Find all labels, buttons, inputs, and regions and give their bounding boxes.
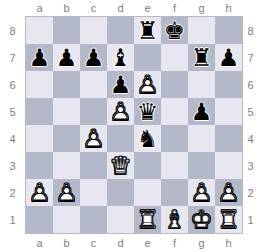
square-e1[interactable]: ♜♖ bbox=[134, 206, 161, 233]
square-f8[interactable]: ♚ bbox=[161, 17, 188, 44]
white-pawn-e6: ♟♙ bbox=[134, 71, 161, 98]
white-king-g1: ♚♔ bbox=[188, 206, 215, 233]
black-pawn-a7: ♟ bbox=[26, 44, 53, 71]
file-label-g: g bbox=[188, 0, 215, 16]
square-f3[interactable] bbox=[161, 152, 188, 179]
square-e2[interactable] bbox=[134, 179, 161, 206]
white-rook-h1: ♜♖ bbox=[215, 206, 242, 233]
file-label-d: d bbox=[107, 234, 134, 252]
file-label-e: e bbox=[134, 234, 161, 252]
white-pawn-b2: ♟♙ bbox=[53, 179, 80, 206]
square-c6[interactable] bbox=[80, 71, 107, 98]
white-pawn-d5: ♟♙ bbox=[107, 98, 134, 125]
square-d5[interactable]: ♟♙ bbox=[107, 98, 134, 125]
rank-label-3: 3 bbox=[0, 152, 25, 179]
square-c3[interactable] bbox=[80, 152, 107, 179]
square-g4[interactable] bbox=[188, 125, 215, 152]
square-g3[interactable] bbox=[188, 152, 215, 179]
file-label-d: d bbox=[107, 0, 134, 16]
square-e6[interactable]: ♟♙ bbox=[134, 71, 161, 98]
square-h2[interactable]: ♟♙ bbox=[215, 179, 242, 206]
square-h8[interactable] bbox=[215, 17, 242, 44]
file-label-b: b bbox=[53, 0, 80, 16]
square-d2[interactable] bbox=[107, 179, 134, 206]
file-label-f: f bbox=[161, 0, 188, 16]
file-label-c: c bbox=[80, 0, 107, 16]
square-a7[interactable]: ♟ bbox=[26, 44, 53, 71]
square-b8[interactable] bbox=[53, 17, 80, 44]
rank-label-2: 2 bbox=[0, 179, 25, 206]
square-h6[interactable] bbox=[215, 71, 242, 98]
black-pawn-c7: ♟ bbox=[80, 44, 107, 71]
square-e7[interactable] bbox=[134, 44, 161, 71]
square-h1[interactable]: ♜♖ bbox=[215, 206, 242, 233]
black-pawn-h7: ♟ bbox=[215, 44, 242, 71]
square-a1[interactable] bbox=[26, 206, 53, 233]
black-bishop-d7: ♝ bbox=[107, 44, 134, 71]
rank-label-1: 1 bbox=[243, 206, 258, 233]
rank-label-4: 4 bbox=[243, 125, 258, 152]
chess-diagram: abcdefgh 87654321 ♜♚♟♟♟♝♜♟♟♟♙♟♙♛♟♟♙♞♛♕♟♙… bbox=[0, 0, 258, 252]
black-knight-e4: ♞ bbox=[134, 125, 161, 152]
square-b1[interactable] bbox=[53, 206, 80, 233]
black-pawn-b7: ♟ bbox=[53, 44, 80, 71]
file-label-h: h bbox=[215, 0, 242, 16]
square-d3[interactable]: ♛♕ bbox=[107, 152, 134, 179]
white-bishop-f1: ♝♗ bbox=[161, 206, 188, 233]
square-f1[interactable]: ♝♗ bbox=[161, 206, 188, 233]
square-c1[interactable] bbox=[80, 206, 107, 233]
square-b2[interactable]: ♟♙ bbox=[53, 179, 80, 206]
square-b6[interactable] bbox=[53, 71, 80, 98]
square-a2[interactable]: ♟♙ bbox=[26, 179, 53, 206]
white-pawn-c4: ♟♙ bbox=[80, 125, 107, 152]
square-c4[interactable]: ♟♙ bbox=[80, 125, 107, 152]
square-a4[interactable] bbox=[26, 125, 53, 152]
square-b4[interactable] bbox=[53, 125, 80, 152]
file-label-f: f bbox=[161, 234, 188, 252]
square-e8[interactable]: ♜ bbox=[134, 17, 161, 44]
rank-labels-right: 87654321 bbox=[243, 16, 258, 234]
square-c2[interactable] bbox=[80, 179, 107, 206]
file-label-g: g bbox=[188, 234, 215, 252]
white-pawn-g2: ♟♙ bbox=[188, 179, 215, 206]
square-d6[interactable]: ♟ bbox=[107, 71, 134, 98]
square-f5[interactable] bbox=[161, 98, 188, 125]
chess-board: ♜♚♟♟♟♝♜♟♟♟♙♟♙♛♟♟♙♞♛♕♟♙♟♙♟♙♟♙♜♖♝♗♚♔♜♖ bbox=[25, 16, 243, 234]
square-d8[interactable] bbox=[107, 17, 134, 44]
square-h3[interactable] bbox=[215, 152, 242, 179]
square-c8[interactable] bbox=[80, 17, 107, 44]
rank-label-5: 5 bbox=[0, 98, 25, 125]
white-pawn-a2: ♟♙ bbox=[26, 179, 53, 206]
black-king-f8: ♚ bbox=[161, 17, 188, 44]
white-pawn-h2: ♟♙ bbox=[215, 179, 242, 206]
square-a8[interactable] bbox=[26, 17, 53, 44]
rank-label-1: 1 bbox=[0, 206, 25, 233]
square-c7[interactable]: ♟ bbox=[80, 44, 107, 71]
square-g1[interactable]: ♚♔ bbox=[188, 206, 215, 233]
file-label-c: c bbox=[80, 234, 107, 252]
white-rook-e1: ♜♖ bbox=[134, 206, 161, 233]
rank-labels-left: 87654321 bbox=[0, 16, 25, 234]
square-a5[interactable] bbox=[26, 98, 53, 125]
file-label-e: e bbox=[134, 0, 161, 16]
file-label-h: h bbox=[215, 234, 242, 252]
square-e4[interactable]: ♞ bbox=[134, 125, 161, 152]
square-h5[interactable] bbox=[215, 98, 242, 125]
black-rook-e8: ♜ bbox=[134, 17, 161, 44]
square-f6[interactable] bbox=[161, 71, 188, 98]
file-label-a: a bbox=[26, 234, 53, 252]
rank-label-7: 7 bbox=[243, 44, 258, 71]
file-label-b: b bbox=[53, 234, 80, 252]
file-label-a: a bbox=[26, 0, 53, 16]
black-rook-g7: ♜ bbox=[188, 44, 215, 71]
black-pawn-d6: ♟ bbox=[107, 71, 134, 98]
rank-label-4: 4 bbox=[0, 125, 25, 152]
square-f4[interactable] bbox=[161, 125, 188, 152]
file-labels-top: abcdefgh bbox=[25, 0, 243, 16]
square-b7[interactable]: ♟ bbox=[53, 44, 80, 71]
rank-label-3: 3 bbox=[243, 152, 258, 179]
rank-label-8: 8 bbox=[243, 17, 258, 44]
square-d7[interactable]: ♝ bbox=[107, 44, 134, 71]
white-queen-d3: ♛♕ bbox=[107, 152, 134, 179]
black-pawn-g5: ♟ bbox=[188, 98, 215, 125]
square-d1[interactable] bbox=[107, 206, 134, 233]
rank-label-6: 6 bbox=[243, 71, 258, 98]
square-a3[interactable] bbox=[26, 152, 53, 179]
rank-label-8: 8 bbox=[0, 17, 25, 44]
rank-label-6: 6 bbox=[0, 71, 25, 98]
square-g8[interactable] bbox=[188, 17, 215, 44]
rank-label-7: 7 bbox=[0, 44, 25, 71]
square-g7[interactable]: ♜ bbox=[188, 44, 215, 71]
square-g6[interactable] bbox=[188, 71, 215, 98]
square-d4[interactable] bbox=[107, 125, 134, 152]
square-a6[interactable] bbox=[26, 71, 53, 98]
square-g2[interactable]: ♟♙ bbox=[188, 179, 215, 206]
square-f7[interactable] bbox=[161, 44, 188, 71]
rank-label-2: 2 bbox=[243, 179, 258, 206]
black-queen-e5: ♛ bbox=[134, 98, 161, 125]
square-g5[interactable]: ♟ bbox=[188, 98, 215, 125]
square-e3[interactable] bbox=[134, 152, 161, 179]
square-b3[interactable] bbox=[53, 152, 80, 179]
rank-label-5: 5 bbox=[243, 98, 258, 125]
square-h4[interactable] bbox=[215, 125, 242, 152]
square-c5[interactable] bbox=[80, 98, 107, 125]
square-e5[interactable]: ♛ bbox=[134, 98, 161, 125]
square-f2[interactable] bbox=[161, 179, 188, 206]
file-labels-bottom: abcdefgh bbox=[25, 234, 243, 252]
square-h7[interactable]: ♟ bbox=[215, 44, 242, 71]
square-b5[interactable] bbox=[53, 98, 80, 125]
